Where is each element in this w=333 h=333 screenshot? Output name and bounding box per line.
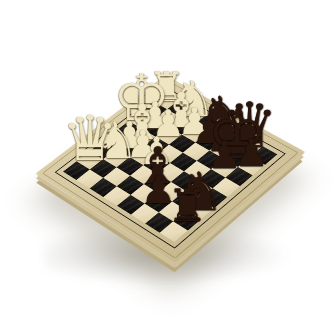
- board-grid: [63, 92, 277, 242]
- chess-board: [35, 75, 306, 264]
- chess-set-photo: ♜︎♞︎♞︎♛︎♝︎♟︎♟︎♟︎♚︎♟︎♚︎♟︎♟︎♟︎♝︎♟︎♟︎♟︎♞︎♝︎…: [0, 0, 333, 333]
- board-tilt-wrapper: [0, 0, 333, 333]
